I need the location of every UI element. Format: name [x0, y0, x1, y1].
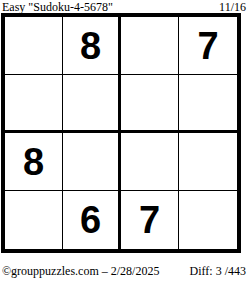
cell-r3c2: 7 [121, 191, 179, 249]
cell-r3c1: 6 [63, 191, 121, 249]
sudoku-board: 8 7 8 6 7 [1, 13, 241, 253]
cell-r2c1[interactable] [63, 133, 121, 191]
page-header: Easy "Sudoku-4-5678" 11/16 [2, 0, 246, 13]
cell-r1c1[interactable] [63, 75, 121, 133]
cell-r0c3: 7 [179, 17, 237, 75]
cell-r2c2[interactable] [121, 133, 179, 191]
cell-r0c2[interactable] [121, 17, 179, 75]
cell-r2c3[interactable] [179, 133, 237, 191]
cell-r3c0[interactable] [5, 191, 63, 249]
cell-r0c0[interactable] [5, 17, 63, 75]
page-footer: ©grouppuzzles.com – 2/28/2025 Diff: 3 /4… [2, 264, 246, 279]
cell-r3c3[interactable] [179, 191, 237, 249]
cell-r1c0[interactable] [5, 75, 63, 133]
cell-r2c0: 8 [5, 133, 63, 191]
cell-r0c1: 8 [63, 17, 121, 75]
cell-r1c3[interactable] [179, 75, 237, 133]
copyright-text: ©grouppuzzles.com – 2/28/2025 [2, 264, 159, 279]
cell-r1c2[interactable] [121, 75, 179, 133]
difficulty-text: Diff: 3 /443 [190, 264, 246, 279]
